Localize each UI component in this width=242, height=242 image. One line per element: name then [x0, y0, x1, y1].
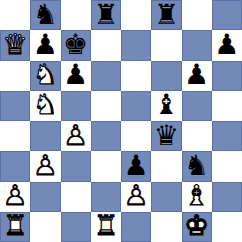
square-b1[interactable]: [30, 212, 60, 242]
square-b6[interactable]: ♞♘: [30, 61, 60, 91]
square-e2[interactable]: ♟♙: [121, 182, 151, 212]
square-b3[interactable]: ♟♙: [30, 151, 60, 181]
square-f1[interactable]: [151, 212, 181, 242]
white-rook-piece: ♜♖: [0, 212, 30, 242]
square-g3[interactable]: ♞: [182, 151, 212, 181]
square-f7[interactable]: [151, 30, 181, 60]
square-h4[interactable]: [212, 121, 242, 151]
white-queen-piece: ♛♕: [0, 30, 30, 60]
square-h2[interactable]: [212, 182, 242, 212]
black-pawn-piece: ♟: [212, 30, 242, 60]
black-rook-piece: ♜: [151, 0, 181, 30]
square-a3[interactable]: [0, 151, 30, 181]
square-g8[interactable]: [182, 0, 212, 30]
square-g5[interactable]: [182, 91, 212, 121]
square-e1[interactable]: [121, 212, 151, 242]
square-c1[interactable]: [61, 212, 91, 242]
square-d1[interactable]: ♜♖: [91, 212, 121, 242]
square-f6[interactable]: [151, 61, 181, 91]
square-a2[interactable]: ♟♙: [0, 182, 30, 212]
square-d6[interactable]: [91, 61, 121, 91]
white-rook-piece: ♜♖: [91, 212, 121, 242]
square-h8[interactable]: [212, 0, 242, 30]
white-pawn-piece: ♟♙: [30, 151, 60, 181]
white-knight-piece: ♞♘: [30, 61, 60, 91]
square-d5[interactable]: [91, 91, 121, 121]
black-pawn-piece: ♟: [61, 61, 91, 91]
square-h3[interactable]: [212, 151, 242, 181]
square-e5[interactable]: [121, 91, 151, 121]
white-bishop-piece: ♝♗: [182, 182, 212, 212]
square-f4[interactable]: ♛: [151, 121, 181, 151]
square-a5[interactable]: [0, 91, 30, 121]
square-f2[interactable]: [151, 182, 181, 212]
square-g7[interactable]: [182, 30, 212, 60]
square-d7[interactable]: [91, 30, 121, 60]
square-h1[interactable]: [212, 212, 242, 242]
white-knight-piece: ♞♘: [30, 91, 60, 121]
square-b7[interactable]: ♟: [30, 30, 60, 60]
black-pawn-piece: ♟: [121, 151, 151, 181]
black-queen-piece: ♛: [151, 121, 181, 151]
black-rook-piece: ♜: [91, 0, 121, 30]
square-c3[interactable]: [61, 151, 91, 181]
square-c8[interactable]: [61, 0, 91, 30]
square-f5[interactable]: ♝: [151, 91, 181, 121]
square-e4[interactable]: [121, 121, 151, 151]
square-d3[interactable]: [91, 151, 121, 181]
square-g6[interactable]: ♟: [182, 61, 212, 91]
square-h7[interactable]: ♟: [212, 30, 242, 60]
square-g2[interactable]: ♝♗: [182, 182, 212, 212]
square-d8[interactable]: ♜: [91, 0, 121, 30]
square-f8[interactable]: ♜: [151, 0, 181, 30]
white-king-piece: ♚♔: [182, 212, 212, 242]
chess-board: ♞♜♜♛♕♟♚♟♞♘♟♟♞♘♝♟♙♛♟♙♟♞♟♙♟♙♝♗♜♖♜♖♚♔: [0, 0, 242, 242]
square-c4[interactable]: ♟♙: [61, 121, 91, 151]
square-c7[interactable]: ♚: [61, 30, 91, 60]
square-d4[interactable]: [91, 121, 121, 151]
square-b5[interactable]: ♞♘: [30, 91, 60, 121]
square-e3[interactable]: ♟: [121, 151, 151, 181]
white-pawn-piece: ♟♙: [121, 182, 151, 212]
square-c2[interactable]: [61, 182, 91, 212]
square-a8[interactable]: [0, 0, 30, 30]
square-g1[interactable]: ♚♔: [182, 212, 212, 242]
square-c5[interactable]: [61, 91, 91, 121]
square-a4[interactable]: [0, 121, 30, 151]
square-b4[interactable]: [30, 121, 60, 151]
black-bishop-piece: ♝: [151, 91, 181, 121]
white-pawn-piece: ♟♙: [61, 121, 91, 151]
square-a7[interactable]: ♛♕: [0, 30, 30, 60]
black-pawn-piece: ♟: [182, 61, 212, 91]
white-pawn-piece: ♟♙: [0, 182, 30, 212]
square-b2[interactable]: [30, 182, 60, 212]
square-c6[interactable]: ♟: [61, 61, 91, 91]
square-d2[interactable]: [91, 182, 121, 212]
square-e7[interactable]: [121, 30, 151, 60]
square-e8[interactable]: [121, 0, 151, 30]
square-h5[interactable]: [212, 91, 242, 121]
black-pawn-piece: ♟: [30, 30, 60, 60]
black-knight-piece: ♞: [30, 0, 60, 30]
square-b8[interactable]: ♞: [30, 0, 60, 30]
square-h6[interactable]: [212, 61, 242, 91]
square-a6[interactable]: [0, 61, 30, 91]
square-e6[interactable]: [121, 61, 151, 91]
black-king-piece: ♚: [61, 30, 91, 60]
square-f3[interactable]: [151, 151, 181, 181]
black-knight-piece: ♞: [182, 151, 212, 181]
square-g4[interactable]: [182, 121, 212, 151]
square-a1[interactable]: ♜♖: [0, 212, 30, 242]
